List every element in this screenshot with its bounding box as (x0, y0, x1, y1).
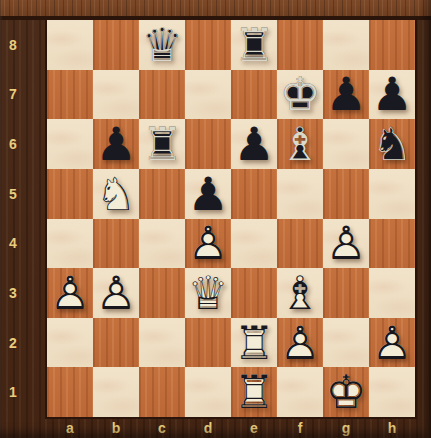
piece-black-bishop-f6[interactable]: ♝♗ (277, 119, 323, 169)
square-h8[interactable] (369, 20, 415, 70)
square-b8[interactable] (93, 20, 139, 70)
square-h5[interactable] (369, 169, 415, 219)
square-h2[interactable]: ♟♙ (369, 318, 415, 368)
square-a3[interactable]: ♟♙ (47, 268, 93, 318)
piece-white-pawn-b3[interactable]: ♟♙ (93, 268, 139, 318)
square-c8[interactable]: ♛♕ (139, 20, 185, 70)
rook-outline-glyph: ♖ (233, 22, 274, 68)
knight-outline-glyph: ♘ (371, 121, 412, 167)
rank-label-1: 1 (0, 367, 26, 417)
bishop-outline-glyph: ♗ (279, 121, 320, 167)
square-e4[interactable] (231, 219, 277, 269)
square-f3[interactable]: ♝♗ (277, 268, 323, 318)
square-b6[interactable]: ♟ (93, 119, 139, 169)
square-a7[interactable] (47, 70, 93, 120)
piece-white-queen-d3[interactable]: ♛♕ (185, 268, 231, 318)
file-label-f: f (277, 417, 323, 438)
square-b7[interactable] (93, 70, 139, 120)
pawn-outline-glyph: ♙ (187, 220, 228, 266)
square-g2[interactable] (323, 318, 369, 368)
queen-outline-glyph: ♕ (141, 22, 182, 68)
square-e6[interactable]: ♟ (231, 119, 277, 169)
bishop-outline-glyph: ♗ (279, 270, 320, 316)
piece-black-pawn-d5[interactable]: ♟ (185, 169, 231, 219)
pawn-fill-glyph: ♟ (325, 71, 366, 117)
square-b3[interactable]: ♟♙ (93, 268, 139, 318)
square-d6[interactable] (185, 119, 231, 169)
pawn-outline-glyph: ♙ (95, 270, 136, 316)
pawn-fill-glyph: ♟ (233, 121, 274, 167)
file-label-e: e (231, 417, 277, 438)
square-f1[interactable] (277, 367, 323, 417)
square-f8[interactable] (277, 20, 323, 70)
pawn-fill-glyph: ♟ (187, 171, 228, 217)
square-c5[interactable] (139, 169, 185, 219)
square-g4[interactable]: ♟♙ (323, 219, 369, 269)
pawn-outline-glyph: ♙ (279, 320, 320, 366)
square-d8[interactable] (185, 20, 231, 70)
rank-label-5: 5 (0, 169, 26, 219)
square-b1[interactable] (93, 367, 139, 417)
square-a2[interactable] (47, 318, 93, 368)
piece-black-pawn-h7[interactable]: ♟ (369, 70, 415, 120)
square-c2[interactable] (139, 318, 185, 368)
piece-black-queen-c8[interactable]: ♛♕ (139, 20, 185, 70)
file-label-b: b (93, 417, 139, 438)
square-e1[interactable]: ♜♖ (231, 367, 277, 417)
rank-label-2: 2 (0, 318, 26, 368)
piece-white-rook-e2[interactable]: ♜♖ (231, 318, 277, 368)
rook-outline-glyph: ♖ (141, 121, 182, 167)
piece-black-rook-c6[interactable]: ♜♖ (139, 119, 185, 169)
square-a8[interactable] (47, 20, 93, 70)
rank-label-7: 7 (0, 70, 26, 120)
square-b5[interactable]: ♞♘ (93, 169, 139, 219)
piece-black-knight-h6[interactable]: ♞♘ (369, 119, 415, 169)
file-labels: abcdefgh (47, 417, 415, 438)
queen-outline-glyph: ♕ (187, 270, 228, 316)
square-g3[interactable] (323, 268, 369, 318)
pawn-fill-glyph: ♟ (95, 121, 136, 167)
square-b4[interactable] (93, 219, 139, 269)
square-g1[interactable]: ♚♔ (323, 367, 369, 417)
chess-board: ♛♕♜♖♚♔♟♟♟♜♖♟♝♗♞♘♞♘♟♟♙♟♙♟♙♟♙♛♕♝♗♜♖♟♙♟♙♜♖♚… (47, 20, 415, 417)
square-f5[interactable] (277, 169, 323, 219)
square-d3[interactable]: ♛♕ (185, 268, 231, 318)
piece-white-pawn-a3[interactable]: ♟♙ (47, 268, 93, 318)
square-a4[interactable] (47, 219, 93, 269)
file-label-h: h (369, 417, 415, 438)
square-g5[interactable] (323, 169, 369, 219)
frame-top-edge (0, 0, 431, 20)
piece-black-pawn-g7[interactable]: ♟ (323, 70, 369, 120)
square-g8[interactable] (323, 20, 369, 70)
square-d2[interactable] (185, 318, 231, 368)
square-e7[interactable] (231, 70, 277, 120)
square-f6[interactable]: ♝♗ (277, 119, 323, 169)
piece-white-rook-e1[interactable]: ♜♖ (231, 367, 277, 417)
pawn-fill-glyph: ♟ (371, 71, 412, 117)
piece-black-rook-e8[interactable]: ♜♖ (231, 20, 277, 70)
file-label-d: d (185, 417, 231, 438)
square-a5[interactable] (47, 169, 93, 219)
square-h1[interactable] (369, 367, 415, 417)
square-f4[interactable] (277, 219, 323, 269)
rank-label-8: 8 (0, 20, 26, 70)
piece-white-pawn-h2[interactable]: ♟♙ (369, 318, 415, 368)
piece-black-pawn-b6[interactable]: ♟ (93, 119, 139, 169)
piece-black-king-f7[interactable]: ♚♔ (277, 70, 323, 120)
rook-outline-glyph: ♖ (233, 320, 274, 366)
board-frame: ♛♕♜♖♚♔♟♟♟♜♖♟♝♗♞♘♞♘♟♟♙♟♙♟♙♟♙♛♕♝♗♜♖♟♙♟♙♜♖♚… (0, 0, 431, 438)
square-e2[interactable]: ♜♖ (231, 318, 277, 368)
pawn-outline-glyph: ♙ (49, 270, 90, 316)
rank-label-3: 3 (0, 268, 26, 318)
square-a6[interactable] (47, 119, 93, 169)
king-outline-glyph: ♔ (325, 369, 366, 415)
square-g7[interactable]: ♟ (323, 70, 369, 120)
rank-label-6: 6 (0, 119, 26, 169)
square-a1[interactable] (47, 367, 93, 417)
piece-white-pawn-g4[interactable]: ♟♙ (323, 219, 369, 269)
square-h6[interactable]: ♞♘ (369, 119, 415, 169)
square-h7[interactable]: ♟ (369, 70, 415, 120)
square-b2[interactable] (93, 318, 139, 368)
piece-black-pawn-e6[interactable]: ♟ (231, 119, 277, 169)
square-c7[interactable] (139, 70, 185, 120)
rank-labels: 87654321 (0, 20, 26, 417)
square-e8[interactable]: ♜♖ (231, 20, 277, 70)
square-e3[interactable] (231, 268, 277, 318)
square-d5[interactable]: ♟ (185, 169, 231, 219)
file-label-c: c (139, 417, 185, 438)
square-d7[interactable] (185, 70, 231, 120)
square-e5[interactable] (231, 169, 277, 219)
piece-white-bishop-f3[interactable]: ♝♗ (277, 268, 323, 318)
piece-white-pawn-f2[interactable]: ♟♙ (277, 318, 323, 368)
piece-white-king-g1[interactable]: ♚♔ (323, 367, 369, 417)
file-label-a: a (47, 417, 93, 438)
square-c4[interactable] (139, 219, 185, 269)
piece-white-pawn-d4[interactable]: ♟♙ (185, 219, 231, 269)
square-f2[interactable]: ♟♙ (277, 318, 323, 368)
square-h4[interactable] (369, 219, 415, 269)
square-c1[interactable] (139, 367, 185, 417)
file-label-g: g (323, 417, 369, 438)
square-c3[interactable] (139, 268, 185, 318)
square-f7[interactable]: ♚♔ (277, 70, 323, 120)
square-d1[interactable] (185, 367, 231, 417)
knight-outline-glyph: ♘ (95, 171, 136, 217)
piece-white-knight-b5[interactable]: ♞♘ (93, 169, 139, 219)
rook-outline-glyph: ♖ (233, 369, 274, 415)
rank-label-4: 4 (0, 219, 26, 269)
square-c6[interactable]: ♜♖ (139, 119, 185, 169)
pawn-outline-glyph: ♙ (325, 220, 366, 266)
square-h3[interactable] (369, 268, 415, 318)
king-outline-glyph: ♔ (279, 71, 320, 117)
pawn-outline-glyph: ♙ (371, 320, 412, 366)
square-d4[interactable]: ♟♙ (185, 219, 231, 269)
square-g6[interactable] (323, 119, 369, 169)
